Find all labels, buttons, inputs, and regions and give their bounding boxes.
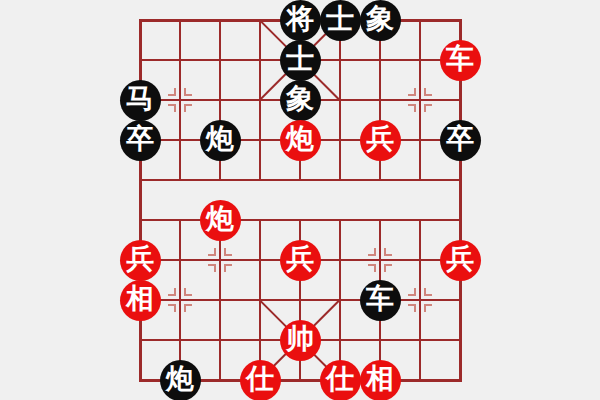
piece-red-soldier[interactable]: 兵 — [120, 240, 161, 281]
piece-red-soldier[interactable]: 兵 — [280, 240, 321, 281]
star-point-marker — [168, 288, 176, 296]
star-point-marker — [184, 304, 192, 312]
star-point-marker — [408, 88, 416, 96]
star-point-marker — [368, 264, 376, 272]
piece-label: 炮 — [206, 205, 234, 233]
star-point-marker — [168, 104, 176, 112]
star-point-marker — [224, 264, 232, 272]
board-file-line — [139, 19, 142, 382]
piece-label: 象 — [366, 5, 394, 33]
piece-red-soldier[interactable]: 兵 — [440, 240, 481, 281]
star-point-marker — [408, 288, 416, 296]
piece-black-soldier[interactable]: 卒 — [120, 120, 161, 161]
board-file-line — [179, 220, 181, 380]
piece-label: 兵 — [126, 245, 154, 273]
star-point-marker — [384, 264, 392, 272]
star-point-marker — [224, 248, 232, 256]
board-file-line — [179, 20, 181, 180]
piece-red-cannon[interactable]: 炮 — [200, 200, 241, 241]
star-point-marker — [184, 104, 192, 112]
piece-black-soldier[interactable]: 卒 — [440, 120, 481, 161]
piece-label: 士 — [326, 5, 354, 33]
star-point-marker — [184, 88, 192, 96]
piece-label: 士 — [286, 45, 314, 73]
star-point-marker — [424, 288, 432, 296]
piece-red-advisor[interactable]: 仕 — [240, 360, 281, 400]
piece-red-soldier[interactable]: 兵 — [360, 120, 401, 161]
piece-red-cannon[interactable]: 炮 — [280, 120, 321, 161]
piece-label: 炮 — [206, 125, 234, 153]
piece-label: 仕 — [246, 365, 274, 393]
board-file-line — [419, 20, 421, 180]
piece-black-horse[interactable]: 马 — [120, 80, 161, 121]
star-point-marker — [208, 248, 216, 256]
piece-label: 兵 — [366, 125, 394, 153]
piece-black-advisor[interactable]: 士 — [280, 40, 321, 81]
piece-label: 象 — [286, 85, 314, 113]
star-point-marker — [424, 104, 432, 112]
piece-label: 相 — [126, 285, 154, 313]
piece-label: 帅 — [286, 325, 314, 353]
piece-black-general[interactable]: 将 — [280, 0, 321, 41]
piece-red-elephant[interactable]: 相 — [360, 360, 401, 400]
piece-red-elephant[interactable]: 相 — [120, 280, 161, 321]
board-file-line — [419, 220, 421, 380]
piece-label: 马 — [126, 85, 154, 113]
piece-label: 将 — [286, 5, 314, 33]
star-point-marker — [168, 304, 176, 312]
piece-label: 相 — [366, 365, 394, 393]
star-point-marker — [408, 104, 416, 112]
star-point-marker — [368, 248, 376, 256]
piece-label: 卒 — [446, 125, 474, 153]
star-point-marker — [208, 264, 216, 272]
piece-black-advisor[interactable]: 士 — [320, 0, 361, 41]
piece-red-chariot[interactable]: 车 — [440, 40, 481, 81]
star-point-marker — [384, 248, 392, 256]
piece-black-chariot[interactable]: 车 — [360, 280, 401, 321]
piece-black-cannon[interactable]: 炮 — [200, 120, 241, 161]
piece-label: 兵 — [446, 245, 474, 273]
piece-black-elephant[interactable]: 象 — [280, 80, 321, 121]
piece-label: 仕 — [326, 365, 354, 393]
piece-label: 车 — [446, 45, 474, 73]
piece-red-advisor[interactable]: 仕 — [320, 360, 361, 400]
star-point-marker — [424, 88, 432, 96]
star-point-marker — [408, 304, 416, 312]
piece-label: 车 — [366, 285, 394, 313]
star-point-marker — [424, 304, 432, 312]
star-point-marker — [168, 88, 176, 96]
piece-label: 卒 — [126, 125, 154, 153]
piece-label: 炮 — [286, 125, 314, 153]
piece-label: 兵 — [286, 245, 314, 273]
board-file-line — [219, 220, 221, 380]
piece-black-elephant[interactable]: 象 — [360, 0, 401, 41]
piece-label: 炮 — [166, 365, 194, 393]
piece-black-cannon[interactable]: 炮 — [160, 360, 201, 400]
piece-red-general[interactable]: 帅 — [280, 320, 321, 361]
xiangqi-board: 将士象士车马象卒炮炮兵卒炮兵兵兵相车帅炮仕仕相 — [0, 0, 600, 400]
star-point-marker — [184, 288, 192, 296]
